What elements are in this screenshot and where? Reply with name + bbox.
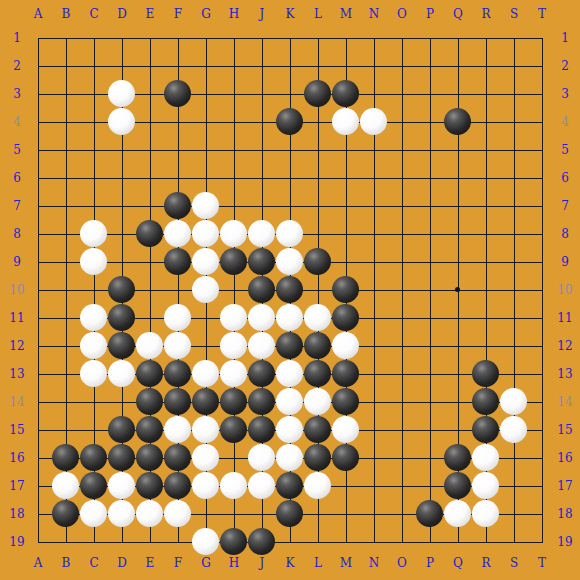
white-stone-L17[interactable]	[304, 472, 331, 499]
column-label-bottom: H	[229, 557, 239, 569]
column-label-top: F	[174, 8, 182, 20]
white-stone-G9[interactable]	[192, 248, 219, 275]
black-stone-L3[interactable]	[304, 80, 331, 107]
white-stone-G8[interactable]	[192, 220, 219, 247]
column-label-top: S	[510, 8, 518, 20]
black-stone-Q17[interactable]	[444, 472, 471, 499]
column-label-bottom: C	[89, 557, 98, 569]
black-stone-J13[interactable]	[248, 360, 275, 387]
white-stone-K11[interactable]	[276, 304, 303, 331]
white-stone-D3[interactable]	[108, 80, 135, 107]
black-stone-R15[interactable]	[472, 416, 499, 443]
column-label-bottom: B	[62, 557, 71, 569]
black-stone-D15[interactable]	[108, 416, 135, 443]
white-stone-G7[interactable]	[192, 192, 219, 219]
row-label-right: 11	[557, 312, 572, 324]
black-stone-D11[interactable]	[108, 304, 135, 331]
row-label-left: 6	[13, 172, 21, 184]
white-stone-Q18[interactable]	[444, 500, 471, 527]
column-label-bottom: L	[314, 557, 322, 569]
black-stone-D12[interactable]	[108, 332, 135, 359]
white-stone-F18[interactable]	[164, 500, 191, 527]
white-stone-S15[interactable]	[500, 416, 527, 443]
column-label-top: G	[201, 8, 211, 20]
black-stone-F16[interactable]	[164, 444, 191, 471]
white-stone-B17[interactable]	[52, 472, 79, 499]
white-stone-L14[interactable]	[304, 388, 331, 415]
row-label-right: 19	[557, 536, 572, 548]
black-stone-K12[interactable]	[276, 332, 303, 359]
black-stone-D10[interactable]	[108, 276, 135, 303]
row-label-right: 18	[557, 508, 572, 520]
black-stone-L12[interactable]	[304, 332, 331, 359]
white-stone-G13[interactable]	[192, 360, 219, 387]
black-stone-Q4[interactable]	[444, 108, 471, 135]
white-stone-E18[interactable]	[136, 500, 163, 527]
column-label-bottom: R	[481, 557, 490, 569]
column-label-bottom: G	[201, 557, 211, 569]
white-stone-C12[interactable]	[80, 332, 107, 359]
row-label-right: 15	[557, 424, 572, 436]
white-stone-D17[interactable]	[108, 472, 135, 499]
black-stone-L16[interactable]	[304, 444, 331, 471]
black-stone-J15[interactable]	[248, 416, 275, 443]
white-stone-G15[interactable]	[192, 416, 219, 443]
column-label-top: C	[89, 8, 98, 20]
white-stone-F11[interactable]	[164, 304, 191, 331]
white-stone-H13[interactable]	[220, 360, 247, 387]
black-stone-J14[interactable]	[248, 388, 275, 415]
black-stone-F3[interactable]	[164, 80, 191, 107]
column-label-bottom: N	[369, 557, 380, 569]
white-stone-R18[interactable]	[472, 500, 499, 527]
black-stone-L9[interactable]	[304, 248, 331, 275]
column-label-top: K	[286, 8, 295, 20]
black-stone-E17[interactable]	[136, 472, 163, 499]
black-stone-E15[interactable]	[136, 416, 163, 443]
row-label-left: 7	[13, 200, 21, 212]
black-stone-D16[interactable]	[108, 444, 135, 471]
black-stone-H19[interactable]	[220, 528, 247, 555]
white-stone-C9[interactable]	[80, 248, 107, 275]
black-stone-F7[interactable]	[164, 192, 191, 219]
column-label-bottom: T	[538, 557, 546, 569]
row-label-left: 18	[9, 508, 24, 520]
black-stone-E8[interactable]	[136, 220, 163, 247]
white-stone-G17[interactable]	[192, 472, 219, 499]
white-stone-G19[interactable]	[192, 528, 219, 555]
white-stone-K9[interactable]	[276, 248, 303, 275]
black-stone-L15[interactable]	[304, 416, 331, 443]
row-label-right: 17	[557, 480, 572, 492]
column-label-bottom: E	[146, 557, 155, 569]
row-label-left: 1	[13, 32, 21, 44]
black-stone-F17[interactable]	[164, 472, 191, 499]
black-stone-E16[interactable]	[136, 444, 163, 471]
row-label-right: 10	[557, 284, 572, 296]
column-label-top: H	[229, 8, 239, 20]
white-stone-C13[interactable]	[80, 360, 107, 387]
black-stone-B16[interactable]	[52, 444, 79, 471]
grid-line-vertical	[514, 38, 515, 543]
white-stone-K13[interactable]	[276, 360, 303, 387]
white-stone-J17[interactable]	[248, 472, 275, 499]
black-stone-E14[interactable]	[136, 388, 163, 415]
row-label-left: 9	[13, 256, 21, 268]
black-stone-M11[interactable]	[332, 304, 359, 331]
white-stone-C8[interactable]	[80, 220, 107, 247]
white-stone-G10[interactable]	[192, 276, 219, 303]
column-label-bottom: P	[426, 557, 434, 569]
row-label-left: 12	[9, 340, 24, 352]
column-label-bottom: K	[286, 557, 295, 569]
black-stone-K10[interactable]	[276, 276, 303, 303]
row-label-right: 3	[561, 88, 569, 100]
row-label-right: 5	[561, 144, 569, 156]
row-label-left: 16	[9, 452, 24, 464]
row-label-left: 8	[13, 228, 21, 240]
row-label-left: 2	[13, 60, 21, 72]
white-stone-R16[interactable]	[472, 444, 499, 471]
black-stone-R13[interactable]	[472, 360, 499, 387]
column-label-top: R	[481, 8, 490, 20]
white-stone-E12[interactable]	[136, 332, 163, 359]
column-label-top: O	[397, 8, 407, 20]
black-stone-K17[interactable]	[276, 472, 303, 499]
black-stone-F14[interactable]	[164, 388, 191, 415]
white-stone-J8[interactable]	[248, 220, 275, 247]
black-stone-G14[interactable]	[192, 388, 219, 415]
row-label-right: 14	[557, 396, 572, 408]
column-label-top: T	[538, 8, 546, 20]
white-stone-K14[interactable]	[276, 388, 303, 415]
white-stone-M12[interactable]	[332, 332, 359, 359]
black-stone-E13[interactable]	[136, 360, 163, 387]
white-stone-F8[interactable]	[164, 220, 191, 247]
black-stone-H9[interactable]	[220, 248, 247, 275]
white-stone-H8[interactable]	[220, 220, 247, 247]
row-label-left: 14	[9, 396, 24, 408]
column-label-top: Q	[453, 8, 463, 20]
white-stone-M15[interactable]	[332, 416, 359, 443]
row-label-right: 13	[557, 368, 572, 380]
black-stone-K18[interactable]	[276, 500, 303, 527]
row-label-right: 1	[561, 32, 569, 44]
white-stone-D13[interactable]	[108, 360, 135, 387]
column-label-bottom: M	[340, 557, 352, 569]
black-stone-C17[interactable]	[80, 472, 107, 499]
white-stone-K16[interactable]	[276, 444, 303, 471]
grid-line-horizontal	[38, 542, 543, 543]
white-stone-H12[interactable]	[220, 332, 247, 359]
row-label-left: 5	[13, 144, 21, 156]
black-stone-F9[interactable]	[164, 248, 191, 275]
column-label-bottom: J	[260, 557, 265, 569]
black-stone-B18[interactable]	[52, 500, 79, 527]
black-stone-R14[interactable]	[472, 388, 499, 415]
row-label-right: 8	[561, 228, 569, 240]
row-label-right: 12	[557, 340, 572, 352]
row-label-right: 16	[557, 452, 572, 464]
black-stone-K4[interactable]	[276, 108, 303, 135]
black-stone-J19[interactable]	[248, 528, 275, 555]
row-label-left: 4	[13, 116, 21, 128]
row-label-left: 15	[9, 424, 24, 436]
grid-line-vertical	[402, 38, 403, 543]
column-label-top: M	[340, 8, 352, 20]
star-point	[455, 287, 460, 292]
row-label-left: 11	[9, 312, 24, 324]
column-label-bottom: F	[174, 557, 182, 569]
white-stone-L11[interactable]	[304, 304, 331, 331]
column-label-bottom: S	[510, 557, 518, 569]
row-label-right: 7	[561, 200, 569, 212]
white-stone-J16[interactable]	[248, 444, 275, 471]
grid-line-vertical	[542, 38, 543, 543]
white-stone-M4[interactable]	[332, 108, 359, 135]
white-stone-H17[interactable]	[220, 472, 247, 499]
black-stone-P18[interactable]	[416, 500, 443, 527]
column-label-top: B	[62, 8, 71, 20]
black-stone-M3[interactable]	[332, 80, 359, 107]
black-stone-C16[interactable]	[80, 444, 107, 471]
column-label-bottom: A	[34, 557, 43, 569]
column-label-top: A	[34, 8, 43, 20]
column-label-top: L	[314, 8, 322, 20]
black-stone-M16[interactable]	[332, 444, 359, 471]
black-stone-M14[interactable]	[332, 388, 359, 415]
column-label-bottom: O	[397, 557, 407, 569]
go-board-app: AABBCCDDEEFFGGHHJJKKLLMMNNOOPPQQRRSSTT11…	[0, 0, 580, 580]
row-label-left: 17	[9, 480, 24, 492]
column-label-bottom: Q	[453, 557, 463, 569]
column-label-bottom: D	[117, 557, 127, 569]
column-label-top: D	[117, 8, 127, 20]
row-label-left: 10	[9, 284, 24, 296]
black-stone-Q16[interactable]	[444, 444, 471, 471]
white-stone-R17[interactable]	[472, 472, 499, 499]
white-stone-F15[interactable]	[164, 416, 191, 443]
white-stone-K8[interactable]	[276, 220, 303, 247]
black-stone-J9[interactable]	[248, 248, 275, 275]
black-stone-J10[interactable]	[248, 276, 275, 303]
white-stone-C18[interactable]	[80, 500, 107, 527]
white-stone-D18[interactable]	[108, 500, 135, 527]
white-stone-J12[interactable]	[248, 332, 275, 359]
white-stone-C11[interactable]	[80, 304, 107, 331]
row-label-right: 9	[561, 256, 569, 268]
white-stone-N4[interactable]	[360, 108, 387, 135]
white-stone-G16[interactable]	[192, 444, 219, 471]
column-label-top: N	[369, 8, 380, 20]
black-stone-H14[interactable]	[220, 388, 247, 415]
column-label-top: E	[146, 8, 155, 20]
white-stone-K15[interactable]	[276, 416, 303, 443]
white-stone-H11[interactable]	[220, 304, 247, 331]
white-stone-J11[interactable]	[248, 304, 275, 331]
column-label-top: P	[426, 8, 434, 20]
black-stone-M10[interactable]	[332, 276, 359, 303]
black-stone-F13[interactable]	[164, 360, 191, 387]
row-label-left: 19	[9, 536, 24, 548]
black-stone-M13[interactable]	[332, 360, 359, 387]
column-label-top: J	[260, 8, 265, 20]
row-label-right: 6	[561, 172, 569, 184]
row-label-left: 3	[13, 88, 21, 100]
white-stone-D4[interactable]	[108, 108, 135, 135]
white-stone-F12[interactable]	[164, 332, 191, 359]
row-label-right: 2	[561, 60, 569, 72]
black-stone-H15[interactable]	[220, 416, 247, 443]
white-stone-S14[interactable]	[500, 388, 527, 415]
black-stone-L13[interactable]	[304, 360, 331, 387]
grid-line-vertical	[430, 38, 431, 543]
row-label-left: 13	[9, 368, 24, 380]
row-label-right: 4	[561, 116, 569, 128]
